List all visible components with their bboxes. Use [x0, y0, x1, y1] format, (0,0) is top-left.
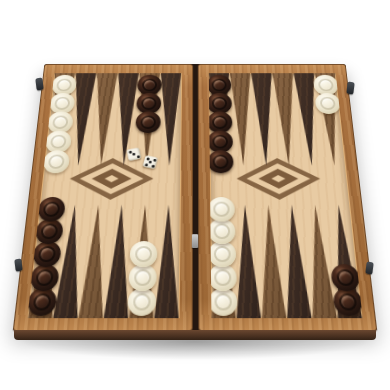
- hinge-metal: [192, 234, 198, 248]
- die-pip: [148, 161, 152, 164]
- checker-dark[interactable]: [135, 111, 161, 133]
- diamond-motif-right: [236, 158, 322, 200]
- case-latch-bottom-left[interactable]: [14, 259, 22, 272]
- die-pip: [132, 153, 135, 156]
- checker-ivory[interactable]: [208, 197, 235, 222]
- checker-dark[interactable]: [31, 241, 61, 267]
- point-bottom-right-4[interactable]: [280, 205, 312, 318]
- die-pip: [146, 157, 150, 160]
- photo-canvas: [0, 0, 390, 390]
- checker-dark[interactable]: [29, 264, 59, 291]
- board-left-half: [13, 64, 193, 331]
- point-bottom-right-2[interactable]: [233, 205, 261, 318]
- checker-ivory[interactable]: [209, 264, 237, 291]
- case-latch-bottom-right[interactable]: [365, 262, 373, 275]
- checker-ivory[interactable]: [42, 150, 70, 173]
- checker-ivory[interactable]: [128, 264, 157, 291]
- case-front-edge: [14, 330, 376, 340]
- checker-dark[interactable]: [27, 288, 57, 316]
- checker-dark[interactable]: [333, 288, 363, 316]
- checker-dark[interactable]: [36, 197, 65, 222]
- die-pip: [136, 155, 139, 158]
- die-right[interactable]: [142, 155, 157, 169]
- case-latch-top-left[interactable]: [35, 78, 43, 91]
- backgammon-board: [13, 64, 378, 331]
- backgammon-set: [13, 64, 378, 331]
- checker-dark[interactable]: [331, 264, 361, 291]
- checker-ivory[interactable]: [209, 288, 238, 316]
- point-bottom-right-3[interactable]: [257, 205, 287, 318]
- point-bottom-left-3[interactable]: [78, 205, 110, 318]
- checker-ivory[interactable]: [209, 241, 237, 267]
- checker-ivory[interactable]: [129, 241, 157, 267]
- left-playing-field: [27, 73, 181, 318]
- board-right-half: [197, 64, 377, 331]
- die-pip: [151, 164, 155, 167]
- checker-ivory[interactable]: [315, 93, 342, 114]
- point-top-right-4[interactable]: [272, 73, 300, 166]
- point-top-left-3[interactable]: [90, 73, 118, 166]
- die-pip: [153, 158, 157, 161]
- point-bottom-left-6[interactable]: [154, 205, 180, 318]
- case-latch-top-right[interactable]: [346, 82, 354, 95]
- die-pip: [128, 150, 131, 153]
- point-top-right-3[interactable]: [251, 73, 278, 166]
- checker-dark[interactable]: [208, 150, 233, 173]
- checker-dark[interactable]: [34, 219, 63, 244]
- checker-ivory[interactable]: [208, 219, 235, 244]
- die-pip: [144, 163, 148, 166]
- point-top-right-2[interactable]: [230, 73, 255, 166]
- point-top-left-6[interactable]: [158, 73, 182, 166]
- diamond-motif-left: [68, 158, 154, 200]
- right-playing-field: [208, 73, 362, 318]
